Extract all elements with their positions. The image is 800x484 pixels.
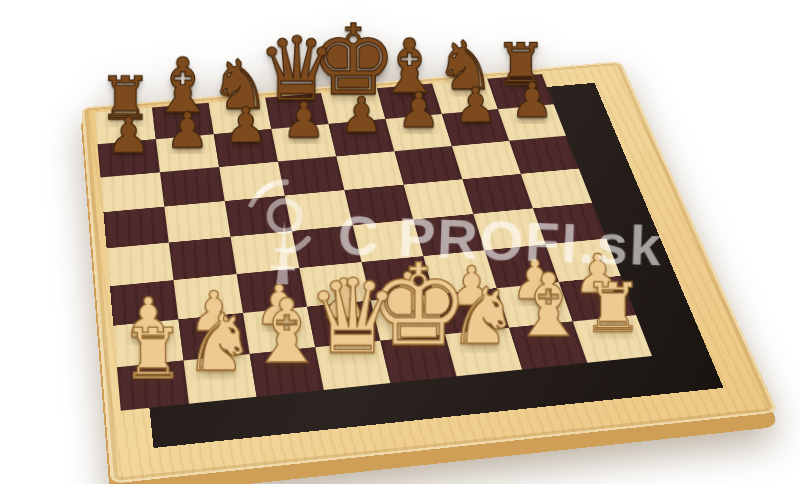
square-h4[interactable] — [533, 203, 606, 245]
square-b1[interactable]: ♞ — [184, 354, 257, 404]
piece-black-pawn-g7[interactable]: ♟ — [454, 83, 497, 129]
square-c5[interactable] — [225, 196, 292, 237]
square-b5[interactable] — [164, 201, 230, 242]
piece-white-rook-h1[interactable]: ♜ — [582, 276, 643, 340]
piece-black-pawn-h7[interactable]: ♟ — [511, 78, 554, 124]
square-g1[interactable]: ♝ — [509, 321, 587, 369]
square-a1[interactable]: ♜ — [117, 361, 189, 411]
square-b7[interactable]: ♟ — [156, 134, 219, 172]
square-d1[interactable]: ♛ — [315, 341, 390, 390]
square-f6[interactable] — [394, 146, 462, 185]
piece-black-pawn-e7[interactable]: ♟ — [340, 93, 384, 139]
square-h6[interactable] — [509, 136, 579, 174]
square-a7[interactable]: ♟ — [98, 139, 160, 177]
square-c7[interactable]: ♟ — [214, 129, 278, 167]
board-shadow-wrapper: ♜♝♞♛♚♝♞♜♟♟♟♟♟♟♟♟♟♟♟♟♟♟♟♟♜♞♝♛♚♞♝♜ — [0, 0, 800, 484]
square-e5[interactable] — [344, 185, 413, 226]
square-a6[interactable] — [100, 172, 164, 212]
square-e6[interactable] — [336, 151, 403, 190]
square-c4[interactable] — [231, 231, 300, 274]
piece-black-pawn-a7[interactable]: ♟ — [107, 113, 151, 160]
square-d6[interactable] — [278, 156, 344, 195]
square-b4[interactable] — [169, 237, 237, 280]
board-grid: ♜♝♞♛♚♝♞♜♟♟♟♟♟♟♟♟♟♟♟♟♟♟♟♟♜♞♝♛♚♞♝♜ — [95, 68, 759, 470]
square-f5[interactable] — [404, 179, 474, 219]
square-h5[interactable] — [521, 169, 592, 209]
piece-white-rook-a1[interactable]: ♜ — [122, 321, 184, 387]
square-h7[interactable]: ♟ — [498, 104, 566, 141]
piece-white-knight-b1[interactable]: ♞ — [184, 304, 256, 380]
product-photo-scene: ♜♝♞♛♚♝♞♜♟♟♟♟♟♟♟♟♟♟♟♟♟♟♟♟♜♞♝♛♚♞♝♜ C PROFI… — [0, 0, 800, 484]
square-f7[interactable]: ♟ — [385, 114, 451, 151]
piece-black-pawn-b7[interactable]: ♟ — [165, 108, 209, 155]
square-c1[interactable]: ♝ — [250, 347, 324, 396]
square-a5[interactable] — [103, 207, 168, 249]
piece-black-pawn-f7[interactable]: ♟ — [397, 88, 441, 134]
square-d5[interactable] — [285, 190, 353, 231]
piece-white-bishop-g1[interactable]: ♝ — [509, 264, 587, 347]
square-a4[interactable] — [107, 243, 174, 287]
square-b6[interactable] — [160, 167, 225, 207]
piece-black-pawn-d7[interactable]: ♟ — [282, 98, 326, 144]
square-e7[interactable]: ♟ — [329, 119, 395, 156]
piece-black-pawn-c7[interactable]: ♟ — [224, 103, 268, 150]
square-d7[interactable]: ♟ — [271, 124, 336, 162]
chess-board: ♜♝♞♛♚♝♞♜♟♟♟♟♟♟♟♟♟♟♟♟♟♟♟♟♜♞♝♛♚♞♝♜ — [81, 61, 778, 484]
square-g4[interactable] — [473, 208, 545, 250]
square-c6[interactable] — [219, 162, 285, 201]
piece-white-bishop-c1[interactable]: ♝ — [247, 290, 326, 374]
